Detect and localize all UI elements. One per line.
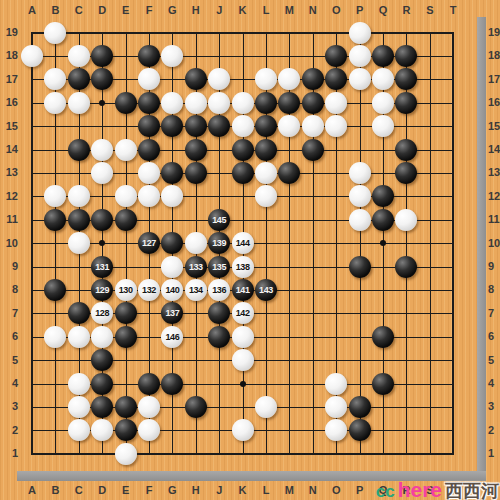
row-label-right-3: 3 [488, 399, 500, 414]
stone-black-O18 [325, 45, 347, 67]
stone-white-Q16 [372, 92, 394, 114]
row-label-left-14: 14 [0, 142, 18, 157]
col-label-top-D: D [90, 3, 114, 18]
row-label-right-4: 4 [488, 376, 500, 391]
row-label-left-6: 6 [0, 329, 18, 344]
col-label-bottom-J: J [207, 483, 231, 498]
stone-white-P18 [349, 45, 371, 67]
row-label-left-2: 2 [0, 423, 18, 438]
stone-black-P2 [349, 419, 371, 441]
col-label-top-E: E [114, 3, 138, 18]
col-label-bottom-G: G [160, 483, 184, 498]
stone-white-B6 [44, 326, 66, 348]
stone-white-L3 [255, 396, 277, 418]
row-label-right-8: 8 [488, 282, 500, 297]
stone-white-O3 [325, 396, 347, 418]
row-label-left-10: 10 [0, 236, 18, 251]
stone-black-Q6 [372, 326, 394, 348]
move-141-stone-black-K8: 141 [232, 279, 254, 301]
stone-black-E16 [115, 92, 137, 114]
stone-white-A18 [21, 45, 43, 67]
stone-white-C18 [68, 45, 90, 67]
stone-black-H14 [185, 139, 207, 161]
move-145-stone-black-J11: 145 [208, 209, 230, 231]
row-label-right-12: 12 [488, 189, 500, 204]
stone-white-P17 [349, 68, 371, 90]
col-label-bottom-D: D [90, 483, 114, 498]
stone-black-D18 [91, 45, 113, 67]
col-label-top-H: H [184, 3, 208, 18]
row-label-left-4: 4 [0, 376, 18, 391]
row-label-left-12: 12 [0, 189, 18, 204]
stone-white-C12 [68, 185, 90, 207]
stone-black-N17 [302, 68, 324, 90]
watermark: cc here 西西河 [376, 479, 499, 500]
stone-white-C3 [68, 396, 90, 418]
col-label-bottom-K: K [231, 483, 255, 498]
stone-white-K6 [232, 326, 254, 348]
stone-white-E14 [115, 139, 137, 161]
col-label-top-F: F [137, 3, 161, 18]
col-label-top-C: C [67, 3, 91, 18]
stone-black-H13 [185, 162, 207, 184]
move-143-stone-black-L8: 143 [255, 279, 277, 301]
stone-black-F4 [138, 373, 160, 395]
col-label-bottom-C: C [67, 483, 91, 498]
col-label-bottom-M: M [277, 483, 301, 498]
stone-black-F16 [138, 92, 160, 114]
go-board-diagram: ABCDEFGHJKLMNOPQRST ABCDEFGHJKLMNOPQRST … [0, 0, 500, 500]
stone-white-F13 [138, 162, 160, 184]
row-label-right-15: 15 [488, 119, 500, 134]
stone-black-H15 [185, 115, 207, 137]
watermark-site-name: 西西河 [445, 482, 499, 500]
stone-white-R11 [395, 209, 417, 231]
stone-white-P13 [349, 162, 371, 184]
stone-black-N14 [302, 139, 324, 161]
stone-white-K5 [232, 349, 254, 371]
col-label-top-R: R [394, 3, 418, 18]
stone-white-P19 [349, 22, 371, 44]
stone-white-D14 [91, 139, 113, 161]
stone-black-G4 [161, 373, 183, 395]
row-label-right-11: 11 [488, 212, 500, 227]
stone-black-K14 [232, 139, 254, 161]
stone-black-E6 [115, 326, 137, 348]
stone-white-C10 [68, 232, 90, 254]
stone-white-P11 [349, 209, 371, 231]
col-label-top-P: P [348, 3, 372, 18]
stone-black-E2 [115, 419, 137, 441]
stone-white-K15 [232, 115, 254, 137]
stone-black-R14 [395, 139, 417, 161]
stone-black-C11 [68, 209, 90, 231]
row-label-left-18: 18 [0, 48, 18, 63]
row-label-right-9: 9 [488, 259, 500, 274]
stone-black-C14 [68, 139, 90, 161]
watermark-cc: cc [376, 483, 395, 500]
col-label-top-A: A [20, 3, 44, 18]
col-label-top-S: S [418, 3, 442, 18]
stone-black-L15 [255, 115, 277, 137]
stone-black-Q11 [372, 209, 394, 231]
col-label-top-Q: Q [371, 3, 395, 18]
stone-black-L16 [255, 92, 277, 114]
stone-black-M16 [278, 92, 300, 114]
row-label-left-11: 11 [0, 212, 18, 227]
col-label-bottom-F: F [137, 483, 161, 498]
move-127-stone-black-F10: 127 [138, 232, 160, 254]
stone-white-C16 [68, 92, 90, 114]
row-label-left-16: 16 [0, 95, 18, 110]
move-135-stone-black-J9: 135 [208, 256, 230, 278]
row-label-left-9: 9 [0, 259, 18, 274]
stone-white-D6 [91, 326, 113, 348]
stone-black-E7 [115, 302, 137, 324]
stone-black-D3 [91, 396, 113, 418]
watermark-here: here [398, 479, 442, 500]
col-label-bottom-H: H [184, 483, 208, 498]
stone-white-E12 [115, 185, 137, 207]
move-129-stone-black-D8: 129 [91, 279, 113, 301]
row-label-right-6: 6 [488, 329, 500, 344]
stone-white-D13 [91, 162, 113, 184]
stone-white-C2 [68, 419, 90, 441]
row-label-left-3: 3 [0, 399, 18, 414]
row-label-left-1: 1 [0, 446, 18, 461]
row-label-left-17: 17 [0, 72, 18, 87]
stone-black-F18 [138, 45, 160, 67]
col-label-bottom-A: A [20, 483, 44, 498]
stone-white-C6 [68, 326, 90, 348]
col-label-bottom-E: E [114, 483, 138, 498]
row-label-right-5: 5 [488, 353, 500, 368]
stone-black-J6 [208, 326, 230, 348]
stone-white-H16 [185, 92, 207, 114]
move-133-stone-black-H9: 133 [185, 256, 207, 278]
star-point-K4 [240, 381, 246, 387]
move-144-stone-white-K10: 144 [232, 232, 254, 254]
stone-white-G9 [161, 256, 183, 278]
row-label-left-5: 5 [0, 353, 18, 368]
move-130-stone-white-E8: 130 [115, 279, 137, 301]
stone-white-P12 [349, 185, 371, 207]
stone-black-L14 [255, 139, 277, 161]
stone-black-C7 [68, 302, 90, 324]
row-label-left-13: 13 [0, 165, 18, 180]
move-131-stone-black-D9: 131 [91, 256, 113, 278]
row-label-left-15: 15 [0, 119, 18, 134]
row-label-right-2: 2 [488, 423, 500, 438]
row-label-right-16: 16 [488, 95, 500, 110]
col-label-bottom-N: N [301, 483, 325, 498]
stone-white-E1 [115, 443, 137, 465]
stone-white-O16 [325, 92, 347, 114]
stone-white-F3 [138, 396, 160, 418]
stone-white-K2 [232, 419, 254, 441]
stone-black-E3 [115, 396, 137, 418]
stone-white-C4 [68, 373, 90, 395]
col-label-top-M: M [277, 3, 301, 18]
stone-black-H17 [185, 68, 207, 90]
row-label-right-14: 14 [488, 142, 500, 157]
row-label-left-19: 19 [0, 25, 18, 40]
move-138-stone-white-K9: 138 [232, 256, 254, 278]
stone-black-Q18 [372, 45, 394, 67]
col-label-top-G: G [160, 3, 184, 18]
stone-white-Q15 [372, 115, 394, 137]
col-label-bottom-O: O [324, 483, 348, 498]
stone-black-F14 [138, 139, 160, 161]
stone-black-F15 [138, 115, 160, 137]
stone-white-B16 [44, 92, 66, 114]
stone-black-K13 [232, 162, 254, 184]
stone-black-D4 [91, 373, 113, 395]
stone-white-J16 [208, 92, 230, 114]
stone-black-H3 [185, 396, 207, 418]
move-132-stone-white-F8: 132 [138, 279, 160, 301]
stone-black-R9 [395, 256, 417, 278]
col-label-bottom-L: L [254, 483, 278, 498]
stone-white-K16 [232, 92, 254, 114]
row-label-right-13: 13 [488, 165, 500, 180]
stone-black-D11 [91, 209, 113, 231]
stone-black-P9 [349, 256, 371, 278]
col-label-top-N: N [301, 3, 325, 18]
move-142-stone-white-K7: 142 [232, 302, 254, 324]
stone-white-L13 [255, 162, 277, 184]
stone-white-H10 [185, 232, 207, 254]
star-point-D16 [99, 100, 105, 106]
stone-white-B19 [44, 22, 66, 44]
col-label-bottom-P: P [348, 483, 372, 498]
move-146-stone-white-G6: 146 [161, 326, 183, 348]
stone-black-R16 [395, 92, 417, 114]
col-label-top-B: B [43, 3, 67, 18]
stone-black-E11 [115, 209, 137, 231]
stone-white-O4 [325, 373, 347, 395]
row-label-left-8: 8 [0, 282, 18, 297]
row-label-right-17: 17 [488, 72, 500, 87]
stone-black-B11 [44, 209, 66, 231]
stone-white-N15 [302, 115, 324, 137]
stone-black-Q4 [372, 373, 394, 395]
col-label-top-J: J [207, 3, 231, 18]
row-label-right-1: 1 [488, 446, 500, 461]
row-label-right-19: 19 [488, 25, 500, 40]
col-label-top-L: L [254, 3, 278, 18]
stone-black-N16 [302, 92, 324, 114]
row-label-right-10: 10 [488, 236, 500, 251]
move-134-stone-white-H8: 134 [185, 279, 207, 301]
row-label-left-7: 7 [0, 306, 18, 321]
row-label-right-18: 18 [488, 48, 500, 63]
move-136-stone-white-J8: 136 [208, 279, 230, 301]
col-label-top-T: T [441, 3, 465, 18]
col-label-bottom-B: B [43, 483, 67, 498]
col-label-top-O: O [324, 3, 348, 18]
stone-white-G16 [161, 92, 183, 114]
col-label-top-K: K [231, 3, 255, 18]
stone-black-P3 [349, 396, 371, 418]
stone-black-C17 [68, 68, 90, 90]
row-label-right-7: 7 [488, 306, 500, 321]
board-edge-shadow-right [477, 17, 486, 481]
